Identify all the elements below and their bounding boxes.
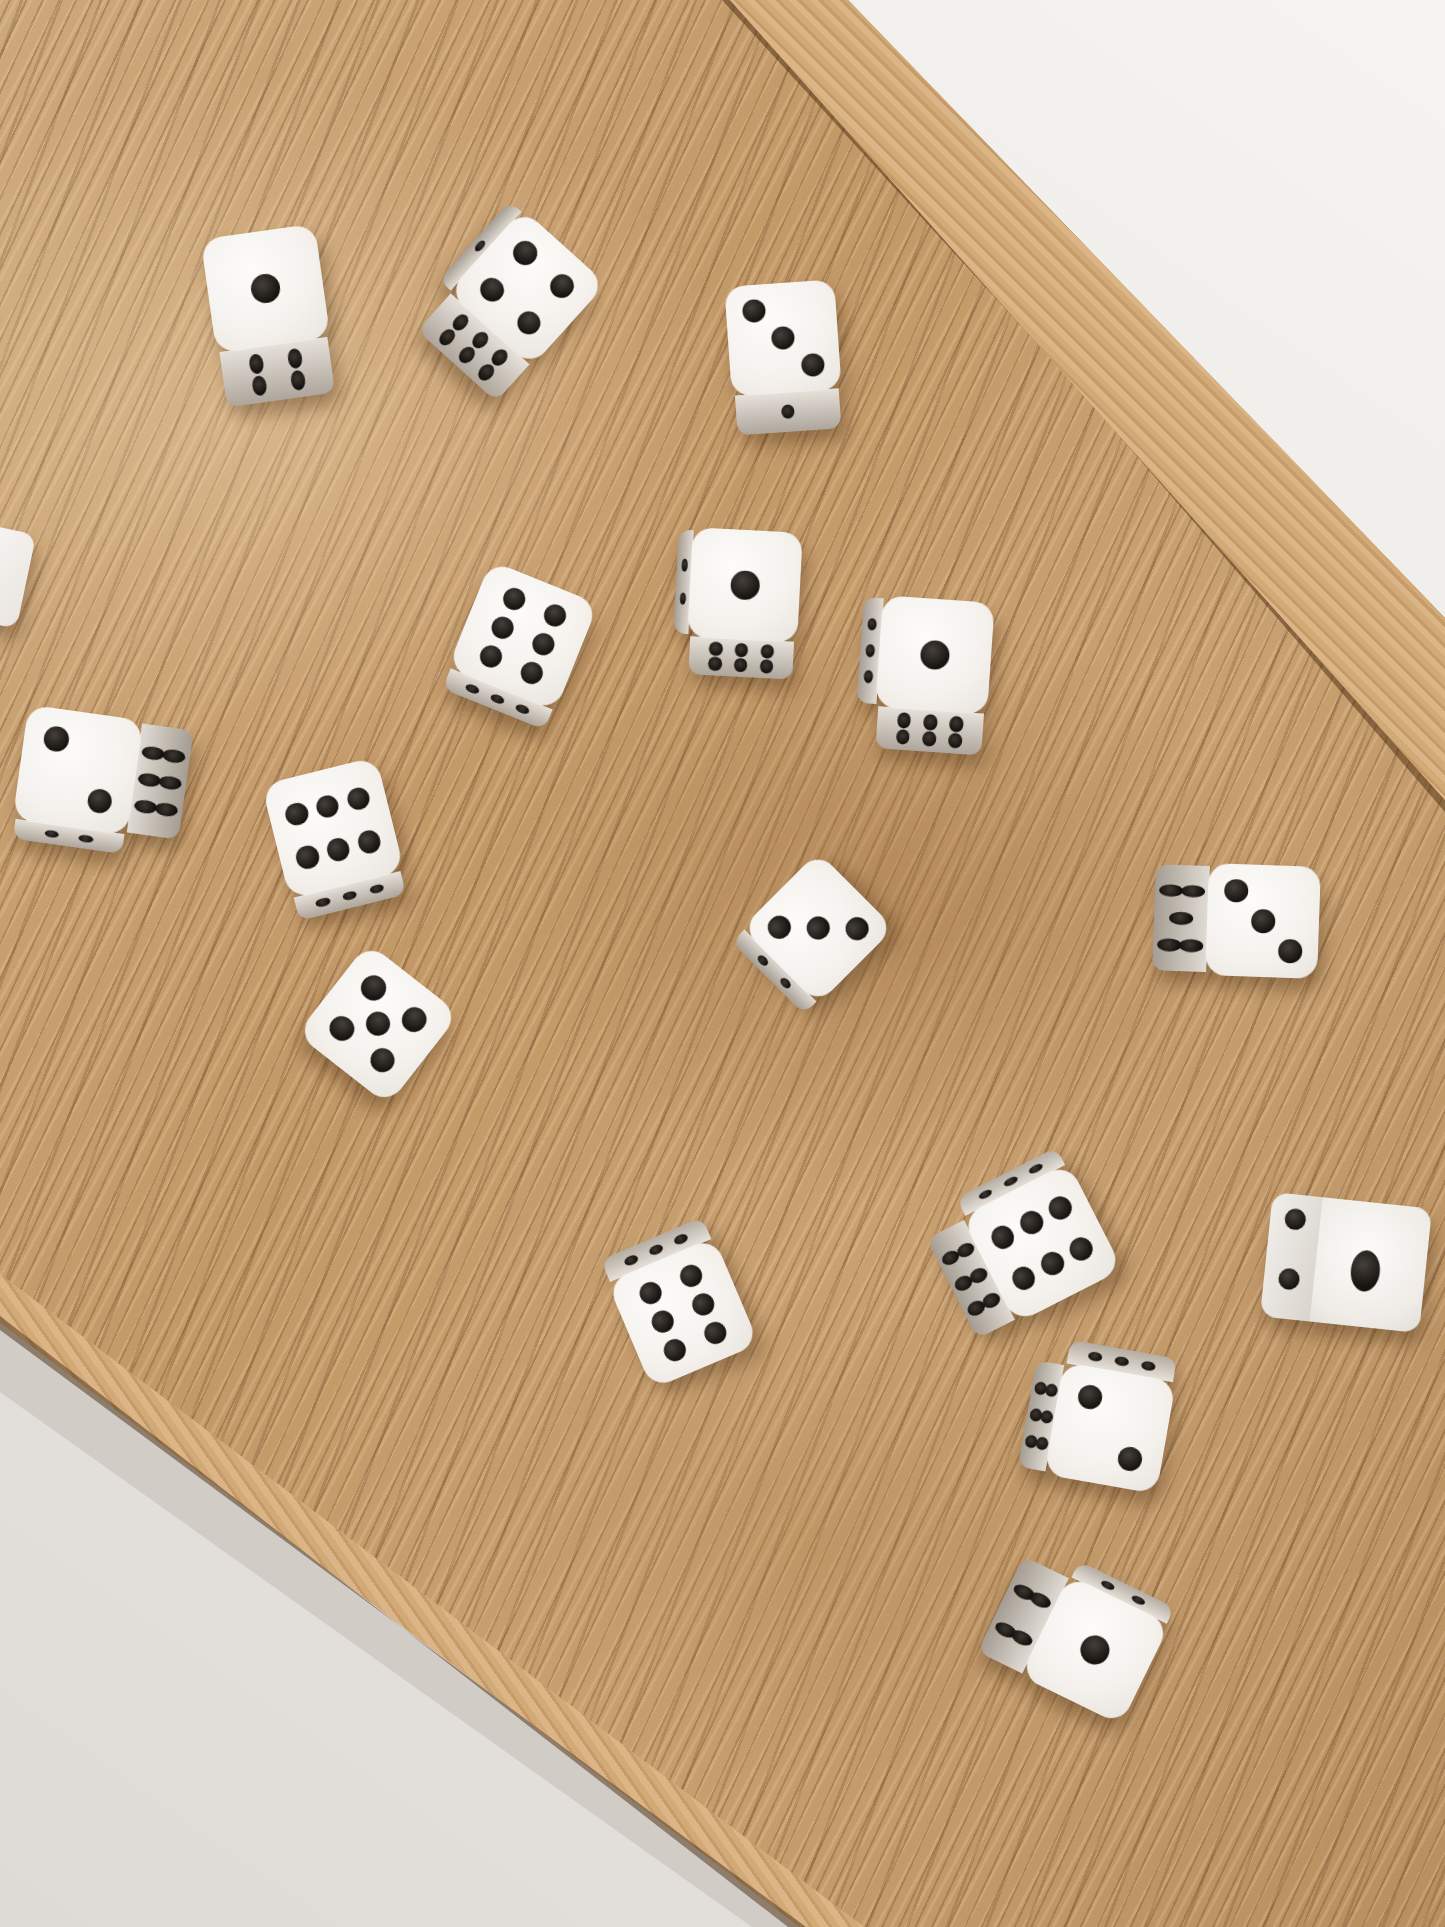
pip [1066, 1233, 1097, 1264]
pip [865, 644, 875, 657]
pip [896, 729, 911, 745]
pip [734, 658, 748, 672]
die-side-face-5 [1152, 865, 1210, 972]
pip [162, 748, 186, 764]
pip [512, 306, 545, 339]
pip [1131, 1594, 1146, 1606]
die-top-face-3 [724, 279, 841, 396]
pip [660, 1336, 689, 1365]
pip [286, 347, 303, 369]
pip [158, 775, 182, 791]
pip [361, 1007, 395, 1041]
pip [779, 976, 793, 990]
pip [1088, 1351, 1103, 1362]
pip [356, 828, 383, 855]
pip [325, 836, 352, 863]
pip [1040, 1409, 1054, 1424]
pip [623, 1254, 639, 1267]
pip [1251, 909, 1275, 933]
pip [708, 657, 722, 671]
pip [949, 716, 964, 732]
pip [1169, 911, 1193, 924]
pip [315, 897, 331, 909]
pip [1157, 938, 1181, 951]
die-3 [1205, 863, 1321, 979]
pip [248, 352, 265, 374]
pip [1035, 1436, 1049, 1451]
pip [541, 601, 570, 630]
pip [1028, 1590, 1053, 1611]
pip [681, 559, 688, 572]
pip [345, 785, 372, 812]
pip [1016, 1207, 1047, 1238]
pip [529, 630, 558, 659]
pip [701, 1319, 730, 1348]
pip [488, 613, 517, 642]
pip [517, 659, 546, 688]
die-top-face-1 [687, 527, 803, 643]
pip [1044, 1383, 1058, 1398]
pip [636, 1278, 665, 1307]
pip [342, 890, 358, 902]
pip [289, 369, 306, 391]
pip [154, 802, 178, 818]
pip [515, 703, 531, 716]
pip [1003, 1175, 1019, 1188]
pip [802, 912, 834, 944]
pip [741, 299, 766, 324]
pip [44, 829, 59, 838]
die-top-face-1 [200, 223, 330, 353]
die-1 [200, 223, 330, 353]
pip [977, 1188, 993, 1201]
pip [1037, 1248, 1068, 1279]
pip [760, 644, 774, 658]
pip [800, 352, 825, 377]
die-1 [875, 595, 995, 715]
pip [679, 592, 686, 605]
pip [1100, 1579, 1115, 1591]
pip [500, 584, 529, 613]
pip [1045, 1193, 1076, 1224]
pip [1277, 1267, 1300, 1290]
die-side-face-6 [689, 636, 794, 679]
pip [867, 618, 877, 631]
pip [689, 1290, 718, 1319]
pip [509, 237, 542, 270]
pip [1028, 1162, 1044, 1175]
die-1 [687, 527, 803, 643]
pip [294, 844, 321, 871]
pip [325, 1011, 359, 1045]
pip [397, 1002, 431, 1036]
pip [490, 693, 506, 706]
photo-scene [0, 0, 1445, 1927]
die-top-face-1 [875, 595, 995, 715]
pip [673, 1232, 689, 1245]
pip [476, 273, 509, 306]
die-top-face-3 [1205, 863, 1321, 979]
pip [1116, 1445, 1144, 1473]
pip [251, 374, 268, 396]
pip [365, 1043, 399, 1077]
pip [1008, 1263, 1039, 1294]
pip [648, 1307, 677, 1336]
pip [922, 731, 937, 747]
pip [730, 570, 760, 600]
pip [1076, 1631, 1115, 1670]
pip [1141, 1360, 1156, 1371]
pip [763, 911, 795, 943]
pip [781, 404, 795, 419]
pip [369, 883, 385, 895]
pip [648, 1243, 664, 1256]
pip [357, 971, 391, 1005]
pip [248, 271, 282, 305]
pip [1076, 1383, 1104, 1411]
pip [545, 270, 578, 303]
die-2 [1044, 1362, 1176, 1494]
pip [709, 642, 723, 656]
pip [735, 643, 749, 657]
pip [1284, 1207, 1307, 1230]
pip [919, 639, 950, 670]
die-top-face-2 [12, 704, 143, 835]
pip [78, 834, 93, 843]
pip [314, 793, 341, 820]
pip [283, 800, 310, 827]
pip [923, 714, 938, 730]
die-edge-view-2-1 [1260, 1191, 1432, 1332]
pip [864, 670, 874, 683]
pip [677, 1261, 706, 1290]
pip [756, 953, 770, 967]
die-2 [12, 704, 143, 835]
pip [1009, 1627, 1034, 1648]
pip [1179, 939, 1203, 952]
pip [841, 913, 873, 945]
pip [760, 660, 774, 674]
die-face-1 [1309, 1197, 1432, 1333]
pip [1349, 1248, 1382, 1292]
pip [897, 712, 912, 728]
die-top-face-2 [1044, 1362, 1176, 1494]
die-3 [724, 279, 841, 396]
pip [1114, 1356, 1129, 1367]
pip [43, 725, 71, 753]
pip [1159, 884, 1183, 897]
pip [464, 682, 480, 695]
pip [1181, 884, 1205, 897]
pip [948, 733, 963, 749]
pip [1278, 939, 1302, 963]
pip [987, 1222, 1018, 1253]
pip [86, 787, 114, 815]
pip [476, 642, 505, 671]
pip [1224, 879, 1248, 903]
pip [771, 326, 796, 351]
